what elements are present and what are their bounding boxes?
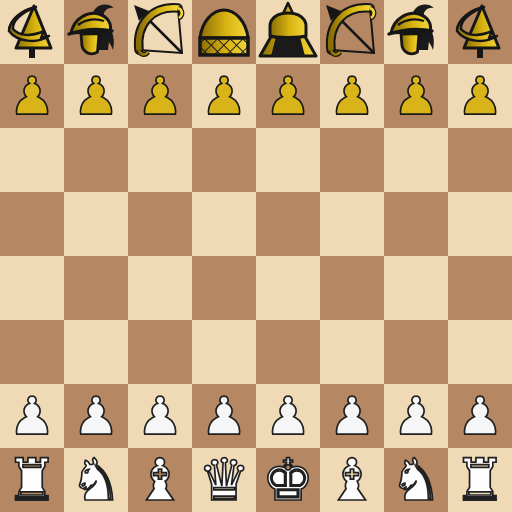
black-pawn-glyph: ♟: [448, 64, 512, 128]
square-h4[interactable]: [448, 256, 512, 320]
white-pawn-glyph: ♟: [192, 384, 256, 448]
square-e2[interactable]: ♟: [256, 384, 320, 448]
square-c7[interactable]: ♟: [128, 64, 192, 128]
square-f3[interactable]: [320, 320, 384, 384]
square-h3[interactable]: [448, 320, 512, 384]
piece-black-bishop[interactable]: [128, 0, 192, 64]
square-e1[interactable]: ♚: [256, 448, 320, 512]
chess-board: ♟♟♟♟♟♟♟♟♟♟♟♟♟♟♟♟♜♞♝♛♚♝♞♜: [0, 0, 512, 512]
piece-black-pawn[interactable]: ♟: [256, 64, 320, 128]
white-bishop-glyph: ♝: [128, 448, 192, 512]
piece-white-pawn[interactable]: ♟: [128, 384, 192, 448]
piece-black-knight[interactable]: [384, 0, 448, 64]
square-d1[interactable]: ♛: [192, 448, 256, 512]
square-d2[interactable]: ♟: [192, 384, 256, 448]
black-pawn-glyph: ♟: [64, 64, 128, 128]
square-b8[interactable]: [64, 0, 128, 64]
piece-black-pawn[interactable]: ♟: [448, 64, 512, 128]
square-a1[interactable]: ♜: [0, 448, 64, 512]
piece-black-rook[interactable]: [448, 0, 512, 64]
piece-black-rook[interactable]: [0, 0, 64, 64]
white-rook-glyph: ♜: [0, 448, 64, 512]
square-b3[interactable]: [64, 320, 128, 384]
square-c3[interactable]: [128, 320, 192, 384]
square-a7[interactable]: ♟: [0, 64, 64, 128]
square-f6[interactable]: [320, 128, 384, 192]
piece-black-pawn[interactable]: ♟: [384, 64, 448, 128]
black-pawn-glyph: ♟: [256, 64, 320, 128]
square-f7[interactable]: ♟: [320, 64, 384, 128]
piece-white-pawn[interactable]: ♟: [0, 384, 64, 448]
square-c8[interactable]: [128, 0, 192, 64]
piece-white-knight[interactable]: ♞: [64, 448, 128, 512]
piece-white-bishop[interactable]: ♝: [320, 448, 384, 512]
square-d5[interactable]: [192, 192, 256, 256]
square-d6[interactable]: [192, 128, 256, 192]
white-bishop-glyph: ♝: [320, 448, 384, 512]
square-f8[interactable]: [320, 0, 384, 64]
square-g1[interactable]: ♞: [384, 448, 448, 512]
square-c5[interactable]: [128, 192, 192, 256]
square-f4[interactable]: [320, 256, 384, 320]
white-pawn-glyph: ♟: [448, 384, 512, 448]
square-b7[interactable]: ♟: [64, 64, 128, 128]
square-e5[interactable]: [256, 192, 320, 256]
white-pawn-glyph: ♟: [128, 384, 192, 448]
white-pawn-glyph: ♟: [64, 384, 128, 448]
square-h7[interactable]: ♟: [448, 64, 512, 128]
black-pawn-glyph: ♟: [320, 64, 384, 128]
piece-white-rook[interactable]: ♜: [0, 448, 64, 512]
square-h2[interactable]: ♟: [448, 384, 512, 448]
square-d8[interactable]: [192, 0, 256, 64]
square-d7[interactable]: ♟: [192, 64, 256, 128]
square-f2[interactable]: ♟: [320, 384, 384, 448]
white-rook-glyph: ♜: [448, 448, 512, 512]
square-b6[interactable]: [64, 128, 128, 192]
square-e8[interactable]: [256, 0, 320, 64]
square-a4[interactable]: [0, 256, 64, 320]
square-h6[interactable]: [448, 128, 512, 192]
square-c4[interactable]: [128, 256, 192, 320]
black-pawn-glyph: ♟: [0, 64, 64, 128]
square-g5[interactable]: [384, 192, 448, 256]
piece-black-king[interactable]: [256, 0, 320, 64]
black-pawn-glyph: ♟: [384, 64, 448, 128]
square-g2[interactable]: ♟: [384, 384, 448, 448]
piece-white-knight[interactable]: ♞: [384, 448, 448, 512]
square-c2[interactable]: ♟: [128, 384, 192, 448]
white-knight-glyph: ♞: [64, 448, 128, 512]
banner-standard-icon: [448, 0, 512, 64]
white-pawn-glyph: ♟: [320, 384, 384, 448]
square-c6[interactable]: [128, 128, 192, 192]
square-d4[interactable]: [192, 256, 256, 320]
piece-white-bishop[interactable]: ♝: [128, 448, 192, 512]
white-queen-glyph: ♛: [192, 448, 256, 512]
plumed-helmet-icon: [384, 0, 448, 64]
square-g6[interactable]: [384, 128, 448, 192]
black-pawn-glyph: ♟: [128, 64, 192, 128]
white-pawn-glyph: ♟: [0, 384, 64, 448]
piece-black-pawn[interactable]: ♟: [0, 64, 64, 128]
piece-black-pawn[interactable]: ♟: [320, 64, 384, 128]
piece-black-knight[interactable]: [64, 0, 128, 64]
square-b4[interactable]: [64, 256, 128, 320]
white-pawn-glyph: ♟: [256, 384, 320, 448]
bow-and-arrow-icon: [320, 0, 384, 64]
square-g8[interactable]: [384, 0, 448, 64]
square-b5[interactable]: [64, 192, 128, 256]
square-a8[interactable]: [0, 0, 64, 64]
square-f1[interactable]: ♝: [320, 448, 384, 512]
yurt-dome-icon: [192, 0, 256, 64]
piece-white-king[interactable]: ♚: [256, 448, 320, 512]
square-e6[interactable]: [256, 128, 320, 192]
piece-white-rook[interactable]: ♜: [448, 448, 512, 512]
square-h8[interactable]: [448, 0, 512, 64]
spiked-helm-icon: [256, 0, 320, 64]
square-g4[interactable]: [384, 256, 448, 320]
square-e7[interactable]: ♟: [256, 64, 320, 128]
square-e4[interactable]: [256, 256, 320, 320]
piece-black-bishop[interactable]: [320, 0, 384, 64]
piece-black-pawn[interactable]: ♟: [192, 64, 256, 128]
square-h5[interactable]: [448, 192, 512, 256]
white-king-glyph: ♚: [256, 448, 320, 512]
square-c1[interactable]: ♝: [128, 448, 192, 512]
piece-black-pawn[interactable]: ♟: [128, 64, 192, 128]
square-b2[interactable]: ♟: [64, 384, 128, 448]
piece-white-queen[interactable]: ♛: [192, 448, 256, 512]
square-f5[interactable]: [320, 192, 384, 256]
square-e3[interactable]: [256, 320, 320, 384]
square-d3[interactable]: [192, 320, 256, 384]
piece-white-pawn[interactable]: ♟: [384, 384, 448, 448]
piece-white-pawn[interactable]: ♟: [192, 384, 256, 448]
piece-white-pawn[interactable]: ♟: [64, 384, 128, 448]
black-pawn-glyph: ♟: [192, 64, 256, 128]
square-a2[interactable]: ♟: [0, 384, 64, 448]
bow-and-arrow-icon: [128, 0, 192, 64]
piece-white-pawn[interactable]: ♟: [320, 384, 384, 448]
square-b1[interactable]: ♞: [64, 448, 128, 512]
square-a3[interactable]: [0, 320, 64, 384]
piece-black-queen[interactable]: [192, 0, 256, 64]
banner-standard-icon: [0, 0, 64, 64]
piece-white-pawn[interactable]: ♟: [448, 384, 512, 448]
piece-black-pawn[interactable]: ♟: [64, 64, 128, 128]
white-pawn-glyph: ♟: [384, 384, 448, 448]
square-g3[interactable]: [384, 320, 448, 384]
square-a6[interactable]: [0, 128, 64, 192]
plumed-helmet-icon: [64, 0, 128, 64]
white-knight-glyph: ♞: [384, 448, 448, 512]
square-g7[interactable]: ♟: [384, 64, 448, 128]
piece-white-pawn[interactable]: ♟: [256, 384, 320, 448]
square-h1[interactable]: ♜: [448, 448, 512, 512]
square-a5[interactable]: [0, 192, 64, 256]
